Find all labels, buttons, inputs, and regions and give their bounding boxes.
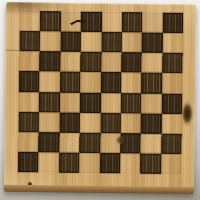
square-e1[interactable] bbox=[100, 153, 121, 173]
square-g6[interactable] bbox=[142, 53, 163, 73]
square-f8[interactable] bbox=[122, 12, 143, 32]
square-h7[interactable] bbox=[162, 33, 183, 53]
square-a4[interactable] bbox=[19, 92, 40, 112]
square-f2[interactable] bbox=[120, 133, 141, 153]
square-b6[interactable] bbox=[40, 52, 61, 72]
square-d5[interactable] bbox=[80, 72, 101, 92]
square-f6[interactable] bbox=[121, 53, 142, 73]
square-b1[interactable] bbox=[38, 152, 59, 172]
square-e2[interactable] bbox=[100, 133, 121, 153]
square-g1[interactable] bbox=[140, 153, 161, 173]
square-h6[interactable] bbox=[162, 53, 183, 73]
square-c1[interactable] bbox=[59, 152, 80, 172]
square-d7[interactable] bbox=[81, 32, 102, 52]
square-f7[interactable] bbox=[121, 32, 142, 52]
square-h4[interactable] bbox=[161, 93, 182, 113]
square-b8[interactable] bbox=[40, 11, 61, 31]
square-f3[interactable] bbox=[120, 113, 141, 133]
square-e3[interactable] bbox=[100, 113, 121, 133]
board-grid bbox=[18, 11, 183, 174]
square-b5[interactable] bbox=[39, 72, 60, 92]
square-g2[interactable] bbox=[141, 133, 162, 153]
photo-scene bbox=[0, 0, 200, 200]
square-a8[interactable] bbox=[20, 11, 41, 31]
square-g7[interactable] bbox=[142, 33, 163, 53]
square-c8[interactable] bbox=[61, 12, 82, 32]
square-g5[interactable] bbox=[141, 73, 162, 93]
square-c6[interactable] bbox=[60, 52, 81, 72]
square-c4[interactable] bbox=[60, 92, 81, 112]
square-b3[interactable] bbox=[39, 112, 60, 132]
square-d3[interactable] bbox=[80, 112, 101, 132]
square-g8[interactable] bbox=[142, 13, 163, 33]
square-b2[interactable] bbox=[39, 132, 60, 152]
square-f1[interactable] bbox=[120, 153, 141, 173]
chessboard bbox=[4, 2, 196, 193]
square-d6[interactable] bbox=[80, 52, 101, 72]
square-c2[interactable] bbox=[59, 132, 80, 152]
square-h8[interactable] bbox=[162, 13, 183, 33]
square-e8[interactable] bbox=[101, 12, 122, 32]
square-h2[interactable] bbox=[161, 134, 182, 154]
wood-knot-bottom bbox=[27, 181, 33, 187]
square-h5[interactable] bbox=[162, 73, 183, 93]
square-a2[interactable] bbox=[18, 132, 39, 152]
square-a1[interactable] bbox=[18, 152, 39, 172]
square-f4[interactable] bbox=[121, 93, 142, 113]
square-e7[interactable] bbox=[101, 32, 122, 52]
square-c5[interactable] bbox=[60, 72, 81, 92]
frame-joint-seam bbox=[6, 50, 19, 51]
square-e5[interactable] bbox=[101, 72, 122, 92]
square-c3[interactable] bbox=[59, 112, 80, 132]
board-bottom-edge bbox=[4, 185, 194, 194]
square-f5[interactable] bbox=[121, 73, 142, 93]
square-b7[interactable] bbox=[40, 31, 61, 51]
square-h1[interactable] bbox=[161, 154, 182, 174]
square-g4[interactable] bbox=[141, 93, 162, 113]
square-a5[interactable] bbox=[19, 71, 40, 91]
square-d8[interactable] bbox=[81, 12, 102, 32]
square-g3[interactable] bbox=[141, 113, 162, 133]
square-a6[interactable] bbox=[19, 51, 40, 71]
square-e6[interactable] bbox=[101, 52, 122, 72]
square-b4[interactable] bbox=[39, 92, 60, 112]
square-c7[interactable] bbox=[60, 32, 81, 52]
square-h3[interactable] bbox=[161, 113, 182, 133]
wood-knot-right bbox=[181, 100, 194, 127]
square-d1[interactable] bbox=[79, 153, 100, 173]
square-e4[interactable] bbox=[100, 93, 121, 113]
square-a3[interactable] bbox=[19, 112, 40, 132]
square-a7[interactable] bbox=[20, 31, 41, 51]
square-d4[interactable] bbox=[80, 92, 101, 112]
square-d2[interactable] bbox=[79, 133, 100, 153]
